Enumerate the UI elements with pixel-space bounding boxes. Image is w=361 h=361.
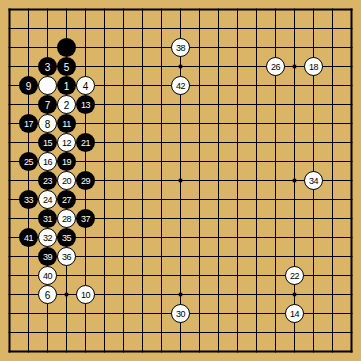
move-number: 31: [43, 215, 52, 224]
move-number: 10: [81, 291, 90, 300]
move-number: 34: [309, 177, 318, 186]
move-number: 17: [24, 120, 33, 129]
stone-white-move-14: 14: [285, 304, 304, 323]
move-number: 30: [176, 310, 185, 319]
move-number: 3: [45, 62, 51, 72]
move-number: 32: [43, 234, 52, 243]
stone-black-move-13: 13: [76, 95, 95, 114]
move-number: 12: [62, 139, 71, 148]
stone-white-move-20: 20: [57, 171, 76, 190]
move-number: 16: [43, 158, 52, 167]
move-number: 11: [62, 120, 71, 129]
stone-black-move-1: 1: [57, 76, 76, 95]
move-number: 33: [24, 196, 33, 205]
stone-white-move-40: 40: [38, 266, 57, 285]
move-number: 15: [43, 139, 52, 148]
stone-black-move-17: 17: [19, 114, 38, 133]
stone-black-move-19: 19: [57, 152, 76, 171]
move-number: 39: [43, 253, 52, 262]
stone-black-move-29: 29: [76, 171, 95, 190]
move-number: 38: [176, 44, 185, 53]
move-number: 25: [24, 158, 33, 167]
stone-black-move-15: 15: [38, 133, 57, 152]
stone-black-move-33: 33: [19, 190, 38, 209]
move-number: 6: [45, 290, 51, 300]
move-number: 24: [43, 196, 52, 205]
stone-white-move-36: 36: [57, 247, 76, 266]
move-number: 20: [62, 177, 71, 186]
stone-white-move-18: 18: [304, 57, 323, 76]
stone-white-move-4: 4: [76, 76, 95, 95]
move-number: 35: [62, 234, 71, 243]
move-number: 4: [83, 81, 89, 91]
move-number: 37: [81, 215, 90, 224]
move-number: 19: [62, 158, 71, 167]
stone-black-move-35: 35: [57, 228, 76, 247]
move-number: 9: [26, 81, 32, 91]
stone-black-move-27: 27: [57, 190, 76, 209]
move-number: 1: [64, 81, 70, 91]
move-number: 29: [81, 177, 90, 186]
stone-white-move-26: 26: [266, 57, 285, 76]
move-number: 8: [45, 119, 51, 129]
move-number: 2: [64, 100, 70, 110]
stone-black-move-9: 9: [19, 76, 38, 95]
stone-black-move-23: 23: [38, 171, 57, 190]
stone-white-move-24: 24: [38, 190, 57, 209]
stones-layer: 1234567891011121314151617181920212223242…: [0, 0, 361, 361]
stone-black-setup: [57, 38, 76, 57]
move-number: 7: [45, 100, 51, 110]
move-number: 36: [62, 253, 71, 262]
move-number: 27: [62, 196, 71, 205]
move-number: 23: [43, 177, 52, 186]
stone-black-move-31: 31: [38, 209, 57, 228]
stone-black-move-7: 7: [38, 95, 57, 114]
stone-white-move-12: 12: [57, 133, 76, 152]
stone-white-move-16: 16: [38, 152, 57, 171]
move-number: 26: [271, 63, 280, 72]
stone-white-move-2: 2: [57, 95, 76, 114]
move-number: 21: [81, 139, 90, 148]
stone-white-move-8: 8: [38, 114, 57, 133]
stone-white-move-32: 32: [38, 228, 57, 247]
stone-black-move-5: 5: [57, 57, 76, 76]
go-board-diagram: 1234567891011121314151617181920212223242…: [0, 0, 361, 361]
stone-white-move-28: 28: [57, 209, 76, 228]
stone-white-move-22: 22: [285, 266, 304, 285]
stone-black-move-3: 3: [38, 57, 57, 76]
move-number: 40: [43, 272, 52, 281]
stone-black-move-39: 39: [38, 247, 57, 266]
stone-white-move-42: 42: [171, 76, 190, 95]
move-number: 18: [309, 63, 318, 72]
move-number: 42: [176, 82, 185, 91]
stone-white-setup: [38, 76, 57, 95]
stone-black-move-21: 21: [76, 133, 95, 152]
stone-black-move-41: 41: [19, 228, 38, 247]
move-number: 28: [62, 215, 71, 224]
move-number: 22: [290, 272, 299, 281]
move-number: 14: [290, 310, 299, 319]
stone-black-move-37: 37: [76, 209, 95, 228]
stone-white-move-6: 6: [38, 285, 57, 304]
stone-black-move-11: 11: [57, 114, 76, 133]
move-number: 41: [24, 234, 33, 243]
stone-white-move-30: 30: [171, 304, 190, 323]
move-number: 13: [81, 101, 90, 110]
stone-white-move-10: 10: [76, 285, 95, 304]
stone-white-move-34: 34: [304, 171, 323, 190]
stone-white-move-38: 38: [171, 38, 190, 57]
stone-black-move-25: 25: [19, 152, 38, 171]
move-number: 5: [64, 62, 70, 72]
